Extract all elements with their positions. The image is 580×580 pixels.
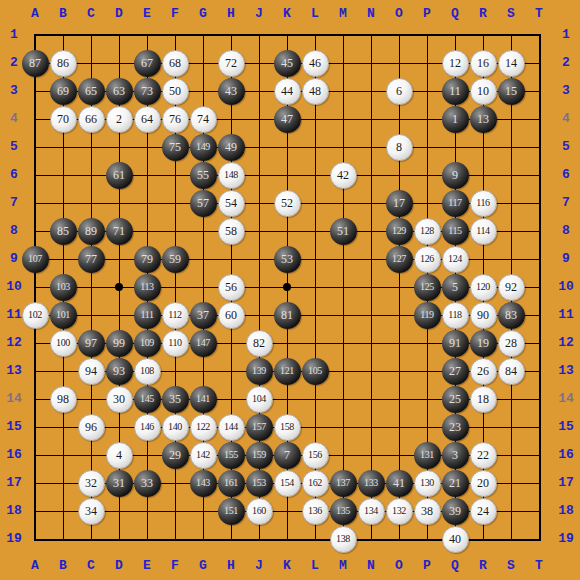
stone-white-100[interactable]: 100	[50, 330, 77, 357]
stone-black-145[interactable]: 145	[134, 386, 161, 413]
stone-white-140[interactable]: 140	[162, 414, 189, 441]
stone-black-129[interactable]: 129	[386, 218, 413, 245]
stone-white-44[interactable]: 44	[274, 78, 301, 105]
stone-white-86[interactable]: 86	[50, 50, 77, 77]
coord-letter-A: A	[21, 555, 49, 577]
stone-white-32[interactable]: 32	[78, 470, 105, 497]
stone-black-69[interactable]: 69	[50, 78, 77, 105]
move-number: 21	[449, 477, 461, 489]
move-number: 128	[420, 226, 434, 236]
move-number: 97	[85, 337, 97, 349]
stone-white-72[interactable]: 72	[218, 50, 245, 77]
move-number: 98	[57, 393, 69, 405]
move-number: 7	[284, 449, 290, 461]
move-number: 147	[196, 338, 210, 348]
stone-white-156[interactable]: 156	[302, 442, 329, 469]
move-number: 16	[477, 57, 489, 69]
move-number: 4	[116, 449, 122, 461]
move-number: 74	[197, 113, 209, 125]
stone-white-98[interactable]: 98	[50, 386, 77, 413]
stone-white-48[interactable]: 48	[302, 78, 329, 105]
stone-black-105[interactable]: 105	[302, 358, 329, 385]
coord-number-3: 3	[553, 77, 579, 105]
move-number: 64	[141, 113, 153, 125]
stone-white-110[interactable]: 110	[162, 330, 189, 357]
stone-black-37[interactable]: 37	[190, 302, 217, 329]
stone-black-99[interactable]: 99	[106, 330, 133, 357]
stone-black-75[interactable]: 75	[162, 134, 189, 161]
move-number: 140	[168, 422, 182, 432]
coord-letter-P: P	[413, 555, 441, 577]
coord-number-13: 13	[553, 357, 579, 385]
move-number: 96	[85, 421, 97, 433]
move-number: 90	[477, 309, 489, 321]
stone-white-4[interactable]: 4	[106, 442, 133, 469]
stone-black-131[interactable]: 131	[414, 442, 441, 469]
stone-white-108[interactable]: 108	[134, 358, 161, 385]
stone-white-116[interactable]: 116	[470, 190, 497, 217]
move-number: 159	[252, 450, 266, 460]
move-number: 137	[336, 478, 350, 488]
move-number: 56	[225, 281, 237, 293]
stone-black-31[interactable]: 31	[106, 470, 133, 497]
stone-white-124[interactable]: 124	[442, 246, 469, 273]
move-number: 9	[452, 169, 458, 181]
stone-black-41[interactable]: 41	[386, 470, 413, 497]
move-number: 92	[505, 281, 517, 293]
stone-white-114[interactable]: 114	[470, 218, 497, 245]
move-number: 70	[57, 113, 69, 125]
stone-white-92[interactable]: 92	[498, 274, 525, 301]
coord-number-11: 11	[553, 301, 579, 329]
stone-white-146[interactable]: 146	[134, 414, 161, 441]
stone-white-134[interactable]: 134	[358, 498, 385, 525]
stone-black-147[interactable]: 147	[190, 330, 217, 357]
coord-letter-R: R	[469, 555, 497, 577]
stone-black-103[interactable]: 103	[50, 274, 77, 301]
move-number: 133	[364, 478, 378, 488]
move-number: 146	[140, 422, 154, 432]
stone-black-97[interactable]: 97	[78, 330, 105, 357]
stone-white-82[interactable]: 82	[246, 330, 273, 357]
stone-black-81[interactable]: 81	[274, 302, 301, 329]
stone-black-133[interactable]: 133	[358, 470, 385, 497]
stone-white-64[interactable]: 64	[134, 106, 161, 133]
stone-white-26[interactable]: 26	[470, 358, 497, 385]
stone-white-84[interactable]: 84	[498, 358, 525, 385]
move-number: 155	[224, 450, 238, 460]
stone-white-136[interactable]: 136	[302, 498, 329, 525]
stone-black-87[interactable]: 87	[22, 50, 49, 77]
move-number: 104	[252, 394, 266, 404]
stone-white-74[interactable]: 74	[190, 106, 217, 133]
stone-white-24[interactable]: 24	[470, 498, 497, 525]
stone-black-65[interactable]: 65	[78, 78, 105, 105]
move-number: 20	[477, 477, 489, 489]
stone-black-29[interactable]: 29	[162, 442, 189, 469]
stone-black-85[interactable]: 85	[50, 218, 77, 245]
stone-white-34[interactable]: 34	[78, 498, 105, 525]
stone-white-68[interactable]: 68	[162, 50, 189, 77]
stone-black-153[interactable]: 153	[246, 470, 273, 497]
stone-black-55[interactable]: 55	[190, 162, 217, 189]
coord-number-19: 19	[553, 525, 579, 553]
move-number: 11	[449, 85, 461, 97]
stone-white-126[interactable]: 126	[414, 246, 441, 273]
stone-white-54[interactable]: 54	[218, 190, 245, 217]
stone-white-46[interactable]: 46	[302, 50, 329, 77]
stone-black-17[interactable]: 17	[386, 190, 413, 217]
move-number: 42	[337, 169, 349, 181]
stones-layer: 1234567891011121314151617181920212223242…	[21, 21, 553, 553]
stone-white-28[interactable]: 28	[498, 330, 525, 357]
move-number: 119	[420, 310, 433, 320]
stone-white-128[interactable]: 128	[414, 218, 441, 245]
coord-letter-G: G	[189, 555, 217, 577]
move-number: 47	[281, 113, 293, 125]
move-number: 145	[140, 394, 154, 404]
move-number: 73	[141, 85, 153, 97]
stone-black-47[interactable]: 47	[274, 106, 301, 133]
stone-black-51[interactable]: 51	[330, 218, 357, 245]
stone-black-25[interactable]: 25	[442, 386, 469, 413]
stone-black-127[interactable]: 127	[386, 246, 413, 273]
stone-white-60[interactable]: 60	[218, 302, 245, 329]
move-number: 105	[308, 366, 322, 376]
move-number: 40	[449, 533, 461, 545]
coord-number-6: 6	[553, 161, 579, 189]
stone-black-143[interactable]: 143	[190, 470, 217, 497]
move-number: 29	[169, 449, 181, 461]
stone-black-15[interactable]: 15	[498, 78, 525, 105]
move-number: 116	[476, 198, 489, 208]
move-number: 28	[505, 337, 517, 349]
move-number: 19	[477, 337, 489, 349]
stone-white-144[interactable]: 144	[218, 414, 245, 441]
move-number: 132	[392, 506, 406, 516]
stone-white-50[interactable]: 50	[162, 78, 189, 105]
move-number: 115	[448, 226, 461, 236]
stone-black-121[interactable]: 121	[274, 358, 301, 385]
move-number: 69	[57, 85, 69, 97]
stone-black-13[interactable]: 13	[470, 106, 497, 133]
coord-number-9: 9	[553, 245, 579, 273]
stone-black-79[interactable]: 79	[134, 246, 161, 273]
move-number: 14	[505, 57, 517, 69]
move-number: 2	[116, 113, 122, 125]
stone-black-101[interactable]: 101	[50, 302, 77, 329]
move-number: 151	[224, 506, 238, 516]
stone-black-67[interactable]: 67	[134, 50, 161, 77]
stone-white-38[interactable]: 38	[414, 498, 441, 525]
stone-black-89[interactable]: 89	[78, 218, 105, 245]
stone-black-157[interactable]: 157	[246, 414, 273, 441]
move-number: 33	[141, 477, 153, 489]
move-number: 160	[252, 506, 266, 516]
stone-black-53[interactable]: 53	[274, 246, 301, 273]
stone-black-23[interactable]: 23	[442, 414, 469, 441]
stone-white-122[interactable]: 122	[190, 414, 217, 441]
move-number: 158	[280, 422, 294, 432]
stone-black-71[interactable]: 71	[106, 218, 133, 245]
stone-black-113[interactable]: 113	[134, 274, 161, 301]
stone-white-96[interactable]: 96	[78, 414, 105, 441]
stone-black-83[interactable]: 83	[498, 302, 525, 329]
move-number: 99	[113, 337, 125, 349]
move-number: 131	[420, 450, 434, 460]
move-number: 141	[196, 394, 210, 404]
stone-black-155[interactable]: 155	[218, 442, 245, 469]
move-number: 72	[225, 57, 237, 69]
stone-white-58[interactable]: 58	[218, 218, 245, 245]
move-number: 148	[224, 170, 238, 180]
stone-white-142[interactable]: 142	[190, 442, 217, 469]
move-number: 24	[477, 505, 489, 517]
stone-black-21[interactable]: 21	[442, 470, 469, 497]
move-number: 114	[476, 226, 489, 236]
coord-number-15: 15	[553, 413, 579, 441]
move-number: 127	[392, 254, 406, 264]
move-number: 153	[252, 478, 266, 488]
move-number: 39	[449, 505, 461, 517]
move-number: 94	[85, 365, 97, 377]
stone-black-93[interactable]: 93	[106, 358, 133, 385]
move-number: 5	[452, 281, 458, 293]
stone-black-61[interactable]: 61	[106, 162, 133, 189]
move-number: 67	[141, 57, 153, 69]
stone-black-77[interactable]: 77	[78, 246, 105, 273]
move-number: 109	[140, 338, 154, 348]
coord-number-10: 10	[553, 273, 579, 301]
move-number: 75	[169, 141, 181, 153]
stone-black-59[interactable]: 59	[162, 246, 189, 273]
coord-numbers-right: 12345678910111213141516171819	[553, 21, 579, 553]
stone-white-160[interactable]: 160	[246, 498, 273, 525]
move-number: 26	[477, 365, 489, 377]
go-board[interactable]: ABCDEFGHJKLMNOPQRST ABCDEFGHJKLMNOPQRST …	[0, 0, 580, 580]
stone-black-107[interactable]: 107	[22, 246, 49, 273]
stone-white-154[interactable]: 154	[274, 470, 301, 497]
move-number: 143	[196, 478, 210, 488]
stone-black-5[interactable]: 5	[442, 274, 469, 301]
move-number: 22	[477, 449, 489, 461]
stone-white-22[interactable]: 22	[470, 442, 497, 469]
coord-letter-Q: Q	[441, 555, 469, 577]
stone-white-42[interactable]: 42	[330, 162, 357, 189]
stone-white-94[interactable]: 94	[78, 358, 105, 385]
stone-black-149[interactable]: 149	[190, 134, 217, 161]
coord-letter-L: L	[301, 555, 329, 577]
move-number: 37	[197, 309, 209, 321]
move-number: 122	[196, 422, 210, 432]
stone-black-151[interactable]: 151	[218, 498, 245, 525]
stone-white-56[interactable]: 56	[218, 274, 245, 301]
stone-black-19[interactable]: 19	[470, 330, 497, 357]
coord-number-4: 4	[553, 105, 579, 133]
move-number: 25	[449, 393, 461, 405]
stone-black-161[interactable]: 161	[218, 470, 245, 497]
stone-white-12[interactable]: 12	[442, 50, 469, 77]
stone-white-138[interactable]: 138	[330, 526, 357, 553]
stone-black-11[interactable]: 11	[442, 78, 469, 105]
move-number: 51	[337, 225, 349, 237]
move-number: 8	[396, 141, 402, 153]
stone-black-1[interactable]: 1	[442, 106, 469, 133]
stone-white-118[interactable]: 118	[442, 302, 469, 329]
coord-letter-F: F	[161, 555, 189, 577]
stone-black-3[interactable]: 3	[442, 442, 469, 469]
move-number: 121	[280, 366, 294, 376]
move-number: 111	[140, 310, 153, 320]
stone-black-117[interactable]: 117	[442, 190, 469, 217]
coord-letter-H: H	[217, 555, 245, 577]
stone-black-35[interactable]: 35	[162, 386, 189, 413]
move-number: 10	[477, 85, 489, 97]
coord-letter-E: E	[133, 555, 161, 577]
move-number: 66	[85, 113, 97, 125]
stone-white-90[interactable]: 90	[470, 302, 497, 329]
move-number: 87	[29, 57, 41, 69]
stone-black-139[interactable]: 139	[246, 358, 273, 385]
move-number: 76	[169, 113, 181, 125]
move-number: 112	[168, 310, 181, 320]
move-number: 156	[308, 450, 322, 460]
stone-black-109[interactable]: 109	[134, 330, 161, 357]
move-number: 91	[449, 337, 461, 349]
coord-number-1: 1	[553, 21, 579, 49]
stone-black-115[interactable]: 115	[442, 218, 469, 245]
stone-black-39[interactable]: 39	[442, 498, 469, 525]
move-number: 48	[309, 85, 321, 97]
stone-white-20[interactable]: 20	[470, 470, 497, 497]
move-number: 125	[420, 282, 434, 292]
move-number: 46	[309, 57, 321, 69]
stone-white-70[interactable]: 70	[50, 106, 77, 133]
move-number: 45	[281, 57, 293, 69]
stone-black-73[interactable]: 73	[134, 78, 161, 105]
stone-black-111[interactable]: 111	[134, 302, 161, 329]
coord-number-12: 12	[553, 329, 579, 357]
stone-black-137[interactable]: 137	[330, 470, 357, 497]
move-number: 134	[364, 506, 378, 516]
move-number: 77	[85, 253, 97, 265]
move-number: 100	[56, 338, 70, 348]
stone-black-63[interactable]: 63	[106, 78, 133, 105]
stone-white-102[interactable]: 102	[22, 302, 49, 329]
move-number: 102	[28, 310, 42, 320]
stone-black-57[interactable]: 57	[190, 190, 217, 217]
stone-black-159[interactable]: 159	[246, 442, 273, 469]
move-number: 144	[224, 422, 238, 432]
move-number: 107	[28, 254, 42, 264]
move-number: 139	[252, 366, 266, 376]
move-number: 31	[113, 477, 125, 489]
stone-white-112[interactable]: 112	[162, 302, 189, 329]
coord-number-18: 18	[553, 497, 579, 525]
move-number: 18	[477, 393, 489, 405]
stone-white-158[interactable]: 158	[274, 414, 301, 441]
stone-white-132[interactable]: 132	[386, 498, 413, 525]
coord-letter-B: B	[49, 555, 77, 577]
move-number: 15	[505, 85, 517, 97]
move-number: 12	[449, 57, 461, 69]
move-number: 129	[392, 226, 406, 236]
move-number: 84	[505, 365, 517, 377]
stone-black-9[interactable]: 9	[442, 162, 469, 189]
move-number: 65	[85, 85, 97, 97]
move-number: 142	[196, 450, 210, 460]
move-number: 113	[140, 282, 153, 292]
move-number: 81	[281, 309, 293, 321]
stone-black-27[interactable]: 27	[442, 358, 469, 385]
stone-white-10[interactable]: 10	[470, 78, 497, 105]
move-number: 43	[225, 85, 237, 97]
stone-black-119[interactable]: 119	[414, 302, 441, 329]
move-number: 162	[308, 478, 322, 488]
move-number: 27	[449, 365, 461, 377]
stone-white-120[interactable]: 120	[470, 274, 497, 301]
stone-black-125[interactable]: 125	[414, 274, 441, 301]
stone-white-16[interactable]: 16	[470, 50, 497, 77]
coord-number-5: 5	[553, 133, 579, 161]
coord-number-16: 16	[553, 441, 579, 469]
stone-black-7[interactable]: 7	[274, 442, 301, 469]
coord-letter-K: K	[273, 555, 301, 577]
move-number: 17	[393, 197, 405, 209]
stone-black-91[interactable]: 91	[442, 330, 469, 357]
move-number: 138	[336, 534, 350, 544]
stone-black-49[interactable]: 49	[218, 134, 245, 161]
stone-white-162[interactable]: 162	[302, 470, 329, 497]
move-number: 3	[452, 449, 458, 461]
move-number: 60	[225, 309, 237, 321]
stone-black-45[interactable]: 45	[274, 50, 301, 77]
stone-white-52[interactable]: 52	[274, 190, 301, 217]
move-number: 38	[421, 505, 433, 517]
stone-white-8[interactable]: 8	[386, 134, 413, 161]
coord-letter-D: D	[105, 555, 133, 577]
stone-white-40[interactable]: 40	[442, 526, 469, 553]
stone-white-66[interactable]: 66	[78, 106, 105, 133]
move-number: 154	[280, 478, 294, 488]
stone-white-130[interactable]: 130	[414, 470, 441, 497]
stone-white-6[interactable]: 6	[386, 78, 413, 105]
stone-white-148[interactable]: 148	[218, 162, 245, 189]
move-number: 32	[85, 477, 97, 489]
move-number: 82	[253, 337, 265, 349]
move-number: 79	[141, 253, 153, 265]
stone-black-141[interactable]: 141	[190, 386, 217, 413]
stone-black-135[interactable]: 135	[330, 498, 357, 525]
stone-black-43[interactable]: 43	[218, 78, 245, 105]
move-number: 68	[169, 57, 181, 69]
stone-black-33[interactable]: 33	[134, 470, 161, 497]
stone-white-2[interactable]: 2	[106, 106, 133, 133]
stone-white-14[interactable]: 14	[498, 50, 525, 77]
stone-white-76[interactable]: 76	[162, 106, 189, 133]
move-number: 135	[336, 506, 350, 516]
move-number: 126	[420, 254, 434, 264]
move-number: 35	[169, 393, 181, 405]
stone-white-104[interactable]: 104	[246, 386, 273, 413]
coord-letter-N: N	[357, 555, 385, 577]
stone-white-18[interactable]: 18	[470, 386, 497, 413]
stone-white-30[interactable]: 30	[106, 386, 133, 413]
move-number: 71	[113, 225, 125, 237]
move-number: 23	[449, 421, 461, 433]
move-number: 110	[168, 338, 181, 348]
coord-number-2: 2	[553, 49, 579, 77]
